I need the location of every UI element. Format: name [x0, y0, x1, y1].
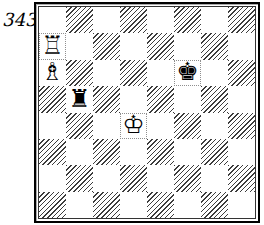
- square-g3: [201, 139, 228, 165]
- square-c8: [93, 7, 120, 33]
- square-a4: [39, 113, 66, 139]
- white-bishop-piece: ♗: [41, 60, 63, 85]
- square-b6: [66, 60, 93, 86]
- square-d6: [120, 60, 147, 86]
- square-b8: [66, 7, 93, 33]
- square-f5: [174, 86, 201, 112]
- square-d4: ♔: [120, 113, 147, 139]
- square-h5: [228, 86, 255, 112]
- square-f4: [174, 113, 201, 139]
- square-g8: [201, 7, 228, 33]
- square-e8: [147, 7, 174, 33]
- square-f1: [174, 192, 201, 218]
- square-a7: ♖: [39, 33, 66, 59]
- square-a1: [39, 192, 66, 218]
- square-b3: [66, 139, 93, 165]
- square-g2: [201, 165, 228, 191]
- square-g1: [201, 192, 228, 218]
- square-d3: [120, 139, 147, 165]
- square-b1: [66, 192, 93, 218]
- square-g6: [201, 60, 228, 86]
- square-d2: [120, 165, 147, 191]
- square-h6: [228, 60, 255, 86]
- square-h2: [228, 165, 255, 191]
- square-b5: ♜: [66, 86, 93, 112]
- chess-board: ♖♗♚♜♔: [34, 2, 260, 223]
- square-a3: [39, 139, 66, 165]
- square-h4: [228, 113, 255, 139]
- square-e3: [147, 139, 174, 165]
- square-b2: [66, 165, 93, 191]
- white-rook-piece: ♖: [41, 33, 63, 58]
- black-king-piece: ♚: [176, 60, 198, 85]
- square-e4: [147, 113, 174, 139]
- square-a8: [39, 7, 66, 33]
- square-g5: [201, 86, 228, 112]
- square-d7: [120, 33, 147, 59]
- square-b4: [66, 113, 93, 139]
- square-h7: [228, 33, 255, 59]
- square-h8: [228, 7, 255, 33]
- square-f2: [174, 165, 201, 191]
- square-f6: ♚: [174, 60, 201, 86]
- diagram-page: 343 ♖♗♚♜♔: [0, 0, 264, 225]
- square-h1: [228, 192, 255, 218]
- square-f8: [174, 7, 201, 33]
- white-king-piece: ♔: [122, 113, 144, 138]
- board-frame: ♖♗♚♜♔: [38, 6, 256, 219]
- black-rook-piece: ♜: [68, 86, 90, 111]
- square-c6: [93, 60, 120, 86]
- square-b7: [66, 33, 93, 59]
- square-c2: [93, 165, 120, 191]
- square-d8: [120, 7, 147, 33]
- square-c1: [93, 192, 120, 218]
- square-e2: [147, 165, 174, 191]
- square-e7: [147, 33, 174, 59]
- square-h3: [228, 139, 255, 165]
- square-e1: [147, 192, 174, 218]
- square-c5: [93, 86, 120, 112]
- square-f3: [174, 139, 201, 165]
- square-c3: [93, 139, 120, 165]
- square-d1: [120, 192, 147, 218]
- square-g4: [201, 113, 228, 139]
- square-a2: [39, 165, 66, 191]
- square-e6: [147, 60, 174, 86]
- square-f7: [174, 33, 201, 59]
- board-grid: ♖♗♚♜♔: [39, 7, 255, 218]
- square-a6: ♗: [39, 60, 66, 86]
- square-d5: [120, 86, 147, 112]
- square-c4: [93, 113, 120, 139]
- square-c7: [93, 33, 120, 59]
- diagram-number: 343: [2, 10, 34, 30]
- square-a5: [39, 86, 66, 112]
- square-g7: [201, 33, 228, 59]
- square-e5: [147, 86, 174, 112]
